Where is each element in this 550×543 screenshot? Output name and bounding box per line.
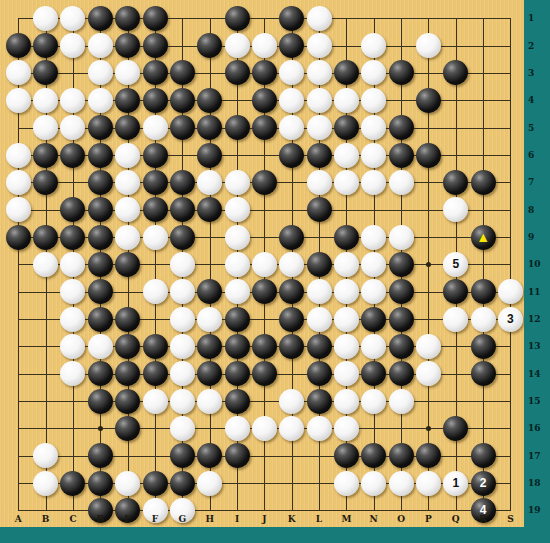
column-label-N: N (370, 514, 378, 524)
stone-Q16[interactable] (443, 416, 468, 441)
stone-C1[interactable] (60, 6, 85, 31)
move-number: 2 (480, 477, 487, 489)
row-label-13: 13 (528, 341, 541, 351)
stone-J2[interactable] (252, 33, 277, 58)
stone-L5[interactable] (307, 115, 332, 140)
stone-A4[interactable] (6, 88, 31, 113)
stone-C10[interactable] (60, 252, 85, 277)
stone-B6[interactable] (33, 143, 58, 168)
stone-N6[interactable] (361, 143, 386, 168)
stone-D15[interactable] (88, 389, 113, 414)
stone-L6[interactable] (307, 143, 332, 168)
stone-F9[interactable] (143, 225, 168, 250)
stone-J14[interactable] (252, 361, 277, 386)
stone-B17[interactable] (33, 443, 58, 468)
stone-H11[interactable] (197, 279, 222, 304)
row-label-14: 14 (528, 369, 541, 379)
stone-J11[interactable] (252, 279, 277, 304)
stone-M4[interactable] (334, 88, 359, 113)
stone-F14[interactable] (143, 361, 168, 386)
stone-K2[interactable] (279, 33, 304, 58)
stone-C6[interactable] (60, 143, 85, 168)
stone-D14[interactable] (88, 361, 113, 386)
stone-B10[interactable] (33, 252, 58, 277)
stone-M5[interactable] (334, 115, 359, 140)
stone-P6[interactable] (416, 143, 441, 168)
stone-N12[interactable] (361, 307, 386, 332)
stone-F7[interactable] (143, 170, 168, 195)
stone-H17[interactable] (197, 443, 222, 468)
row-label-18: 18 (528, 478, 541, 488)
stone-N13[interactable] (361, 334, 386, 359)
stone-L15[interactable] (307, 389, 332, 414)
stone-O12[interactable] (389, 307, 414, 332)
stone-M13[interactable] (334, 334, 359, 359)
stone-D11[interactable] (88, 279, 113, 304)
stone-G18[interactable] (170, 471, 195, 496)
stone-Q18[interactable]: 1 (443, 471, 468, 496)
stone-Q10[interactable]: 5 (443, 252, 468, 277)
stone-C14[interactable] (60, 361, 85, 386)
stone-H14[interactable] (197, 361, 222, 386)
column-label-E: E (124, 514, 131, 524)
column-label-G: G (178, 514, 186, 524)
stone-S11[interactable] (498, 279, 523, 304)
row-label-7: 7 (528, 177, 534, 187)
column-label-L: L (316, 514, 322, 524)
stone-L2[interactable] (307, 33, 332, 58)
stone-I9[interactable] (225, 225, 250, 250)
stone-N5[interactable] (361, 115, 386, 140)
row-label-6: 6 (528, 150, 534, 160)
stone-L11[interactable] (307, 279, 332, 304)
stone-E12[interactable] (115, 307, 140, 332)
stone-A6[interactable] (6, 143, 31, 168)
stone-B4[interactable] (33, 88, 58, 113)
column-label-O: O (397, 514, 405, 524)
stone-B2[interactable] (33, 33, 58, 58)
stone-G4[interactable] (170, 88, 195, 113)
stone-H2[interactable] (197, 33, 222, 58)
stone-M18[interactable] (334, 471, 359, 496)
stone-N2[interactable] (361, 33, 386, 58)
stone-J3[interactable] (252, 60, 277, 85)
stone-I15[interactable] (225, 389, 250, 414)
row-label-9: 9 (528, 232, 534, 242)
row-label-5: 5 (528, 123, 534, 133)
stone-E1[interactable] (115, 6, 140, 31)
stone-N11[interactable] (361, 279, 386, 304)
stone-M3[interactable] (334, 60, 359, 85)
stone-A2[interactable] (6, 33, 31, 58)
stone-K4[interactable] (279, 88, 304, 113)
stone-E16[interactable] (115, 416, 140, 441)
stone-H6[interactable] (197, 143, 222, 168)
stone-I17[interactable] (225, 443, 250, 468)
stone-Q8[interactable] (443, 197, 468, 222)
move-number: 1 (452, 477, 459, 489)
column-label-P: P (425, 514, 432, 524)
stone-D10[interactable] (88, 252, 113, 277)
stone-D8[interactable] (88, 197, 113, 222)
stone-G3[interactable] (170, 60, 195, 85)
stone-J4[interactable] (252, 88, 277, 113)
stone-D1[interactable] (88, 6, 113, 31)
column-label-C: C (69, 514, 76, 524)
stone-J7[interactable] (252, 170, 277, 195)
stone-D5[interactable] (88, 115, 113, 140)
stone-K13[interactable] (279, 334, 304, 359)
stone-P17[interactable] (416, 443, 441, 468)
stone-C5[interactable] (60, 115, 85, 140)
stone-O6[interactable] (389, 143, 414, 168)
stone-D12[interactable] (88, 307, 113, 332)
stone-M17[interactable] (334, 443, 359, 468)
stone-P18[interactable] (416, 471, 441, 496)
stone-F18[interactable] (143, 471, 168, 496)
stone-M7[interactable] (334, 170, 359, 195)
stone-L14[interactable] (307, 361, 332, 386)
stone-R14[interactable] (471, 361, 496, 386)
stone-E15[interactable] (115, 389, 140, 414)
stone-K5[interactable] (279, 115, 304, 140)
stone-B1[interactable] (33, 6, 58, 31)
stone-Q11[interactable] (443, 279, 468, 304)
stone-P13[interactable] (416, 334, 441, 359)
goban-frame: ▲53124 ABCDEFGHIJKLMNOPQRS12345678910111… (0, 0, 550, 543)
stone-G14[interactable] (170, 361, 195, 386)
column-label-K: K (288, 514, 296, 524)
stone-F6[interactable] (143, 143, 168, 168)
stone-E5[interactable] (115, 115, 140, 140)
stone-H13[interactable] (197, 334, 222, 359)
stone-J13[interactable] (252, 334, 277, 359)
stone-K15[interactable] (279, 389, 304, 414)
star-point (426, 426, 431, 431)
stone-L13[interactable] (307, 334, 332, 359)
stone-I13[interactable] (225, 334, 250, 359)
stone-E6[interactable] (115, 143, 140, 168)
grid-line-vertical (483, 18, 484, 511)
stone-A7[interactable] (6, 170, 31, 195)
stone-A9[interactable] (6, 225, 31, 250)
stone-B18[interactable] (33, 471, 58, 496)
stone-N14[interactable] (361, 361, 386, 386)
grid-line-vertical (510, 18, 511, 511)
stone-F11[interactable] (143, 279, 168, 304)
stone-O17[interactable] (389, 443, 414, 468)
stone-D7[interactable] (88, 170, 113, 195)
stone-E2[interactable] (115, 33, 140, 58)
stone-D4[interactable] (88, 88, 113, 113)
stone-I16[interactable] (225, 416, 250, 441)
stone-M9[interactable] (334, 225, 359, 250)
stone-J16[interactable] (252, 416, 277, 441)
stone-E4[interactable] (115, 88, 140, 113)
row-label-19: 19 (528, 505, 541, 515)
stone-M12[interactable] (334, 307, 359, 332)
stone-L1[interactable] (307, 6, 332, 31)
stone-K16[interactable] (279, 416, 304, 441)
stone-M15[interactable] (334, 389, 359, 414)
stone-I3[interactable] (225, 60, 250, 85)
stone-L16[interactable] (307, 416, 332, 441)
stone-C2[interactable] (60, 33, 85, 58)
stone-K6[interactable] (279, 143, 304, 168)
stone-O15[interactable] (389, 389, 414, 414)
column-label-D: D (96, 514, 104, 524)
stone-D17[interactable] (88, 443, 113, 468)
row-label-8: 8 (528, 205, 534, 215)
stone-G5[interactable] (170, 115, 195, 140)
stone-H5[interactable] (197, 115, 222, 140)
stone-N3[interactable] (361, 60, 386, 85)
stone-G7[interactable] (170, 170, 195, 195)
stone-P4[interactable] (416, 88, 441, 113)
stone-I14[interactable] (225, 361, 250, 386)
stone-N10[interactable] (361, 252, 386, 277)
stone-D9[interactable] (88, 225, 113, 250)
go-board: ▲53124 (0, 0, 550, 543)
bottom-border-strip (0, 527, 550, 543)
stone-R13[interactable] (471, 334, 496, 359)
stone-H12[interactable] (197, 307, 222, 332)
stone-P14[interactable] (416, 361, 441, 386)
stone-O13[interactable] (389, 334, 414, 359)
stone-H7[interactable] (197, 170, 222, 195)
stone-N7[interactable] (361, 170, 386, 195)
row-label-3: 3 (528, 68, 534, 78)
stone-L10[interactable] (307, 252, 332, 277)
row-label-16: 16 (528, 423, 541, 433)
stone-I8[interactable] (225, 197, 250, 222)
stone-O11[interactable] (389, 279, 414, 304)
stone-F3[interactable] (143, 60, 168, 85)
stone-K11[interactable] (279, 279, 304, 304)
column-label-F: F (152, 514, 158, 524)
stone-O10[interactable] (389, 252, 414, 277)
stone-O18[interactable] (389, 471, 414, 496)
row-label-15: 15 (528, 396, 541, 406)
stone-F8[interactable] (143, 197, 168, 222)
stone-Q7[interactable] (443, 170, 468, 195)
stone-E8[interactable] (115, 197, 140, 222)
stone-K1[interactable] (279, 6, 304, 31)
column-label-M: M (341, 514, 351, 524)
stone-D2[interactable] (88, 33, 113, 58)
stone-N18[interactable] (361, 471, 386, 496)
stone-C13[interactable] (60, 334, 85, 359)
stone-G16[interactable] (170, 416, 195, 441)
stone-F4[interactable] (143, 88, 168, 113)
stone-L12[interactable] (307, 307, 332, 332)
stone-J5[interactable] (252, 115, 277, 140)
stone-C11[interactable] (60, 279, 85, 304)
row-label-10: 10 (528, 259, 541, 269)
stone-H4[interactable] (197, 88, 222, 113)
row-label-1: 1 (528, 13, 534, 23)
stone-O7[interactable] (389, 170, 414, 195)
row-label-11: 11 (528, 287, 541, 297)
stone-C8[interactable] (60, 197, 85, 222)
stone-I11[interactable] (225, 279, 250, 304)
stone-O14[interactable] (389, 361, 414, 386)
stone-M10[interactable] (334, 252, 359, 277)
stone-D6[interactable] (88, 143, 113, 168)
stone-G13[interactable] (170, 334, 195, 359)
stone-I10[interactable] (225, 252, 250, 277)
stone-L3[interactable] (307, 60, 332, 85)
stone-K9[interactable] (279, 225, 304, 250)
stone-I12[interactable] (225, 307, 250, 332)
stone-E10[interactable] (115, 252, 140, 277)
stone-C4[interactable] (60, 88, 85, 113)
stone-F5[interactable] (143, 115, 168, 140)
stone-B5[interactable] (33, 115, 58, 140)
stone-S12[interactable]: 3 (498, 307, 523, 332)
stone-F1[interactable] (143, 6, 168, 31)
stone-M11[interactable] (334, 279, 359, 304)
move-number: 5 (452, 258, 459, 270)
column-label-R: R (479, 514, 486, 524)
column-label-I: I (235, 514, 239, 524)
stone-N17[interactable] (361, 443, 386, 468)
stone-E7[interactable] (115, 170, 140, 195)
move-number: 3 (507, 313, 514, 325)
stone-G8[interactable] (170, 197, 195, 222)
stone-E9[interactable] (115, 225, 140, 250)
row-label-17: 17 (528, 451, 541, 461)
stone-E3[interactable] (115, 60, 140, 85)
stone-A3[interactable] (6, 60, 31, 85)
stone-N4[interactable] (361, 88, 386, 113)
stone-J10[interactable] (252, 252, 277, 277)
stone-R7[interactable] (471, 170, 496, 195)
stone-M6[interactable] (334, 143, 359, 168)
stone-B3[interactable] (33, 60, 58, 85)
stone-L8[interactable] (307, 197, 332, 222)
stone-N15[interactable] (361, 389, 386, 414)
stone-G17[interactable] (170, 443, 195, 468)
stone-N9[interactable] (361, 225, 386, 250)
stone-K3[interactable] (279, 60, 304, 85)
stone-D13[interactable] (88, 334, 113, 359)
stone-O3[interactable] (389, 60, 414, 85)
stone-I5[interactable] (225, 115, 250, 140)
stone-I2[interactable] (225, 33, 250, 58)
stone-D18[interactable] (88, 471, 113, 496)
stone-C18[interactable] (60, 471, 85, 496)
stone-K12[interactable] (279, 307, 304, 332)
stone-R9[interactable]: ▲ (471, 225, 496, 250)
column-label-Q: Q (452, 514, 460, 524)
stone-G15[interactable] (170, 389, 195, 414)
right-border-strip (524, 0, 550, 543)
stone-M16[interactable] (334, 416, 359, 441)
stone-H8[interactable] (197, 197, 222, 222)
column-label-S: S (507, 514, 514, 524)
stone-E13[interactable] (115, 334, 140, 359)
stone-L4[interactable] (307, 88, 332, 113)
row-label-12: 12 (528, 314, 541, 324)
triangle-mark: ▲ (476, 230, 490, 244)
stone-Q3[interactable] (443, 60, 468, 85)
stone-M14[interactable] (334, 361, 359, 386)
stone-H18[interactable] (197, 471, 222, 496)
stone-L7[interactable] (307, 170, 332, 195)
stone-O5[interactable] (389, 115, 414, 140)
star-point (98, 426, 103, 431)
stone-G10[interactable] (170, 252, 195, 277)
stone-G9[interactable] (170, 225, 195, 250)
stone-Q12[interactable] (443, 307, 468, 332)
column-label-J: J (262, 514, 266, 524)
stone-D3[interactable] (88, 60, 113, 85)
stone-P2[interactable] (416, 33, 441, 58)
stone-A8[interactable] (6, 197, 31, 222)
row-label-2: 2 (528, 41, 534, 51)
stone-F15[interactable] (143, 389, 168, 414)
stone-G12[interactable] (170, 307, 195, 332)
stone-F2[interactable] (143, 33, 168, 58)
stone-B7[interactable] (33, 170, 58, 195)
stone-K10[interactable] (279, 252, 304, 277)
stone-I1[interactable] (225, 6, 250, 31)
stone-E14[interactable] (115, 361, 140, 386)
stone-E18[interactable] (115, 471, 140, 496)
column-label-H: H (205, 514, 214, 524)
stone-C9[interactable] (60, 225, 85, 250)
stone-H15[interactable] (197, 389, 222, 414)
stone-O9[interactable] (389, 225, 414, 250)
column-label-B: B (42, 514, 50, 524)
stone-G11[interactable] (170, 279, 195, 304)
stone-I7[interactable] (225, 170, 250, 195)
stone-R18[interactable]: 2 (471, 471, 496, 496)
stone-R17[interactable] (471, 443, 496, 468)
stone-B9[interactable] (33, 225, 58, 250)
star-point (426, 262, 431, 267)
stone-F13[interactable] (143, 334, 168, 359)
stone-C12[interactable] (60, 307, 85, 332)
row-label-4: 4 (528, 95, 534, 105)
column-label-A: A (15, 514, 22, 524)
stone-R12[interactable] (471, 307, 496, 332)
stone-R11[interactable] (471, 279, 496, 304)
